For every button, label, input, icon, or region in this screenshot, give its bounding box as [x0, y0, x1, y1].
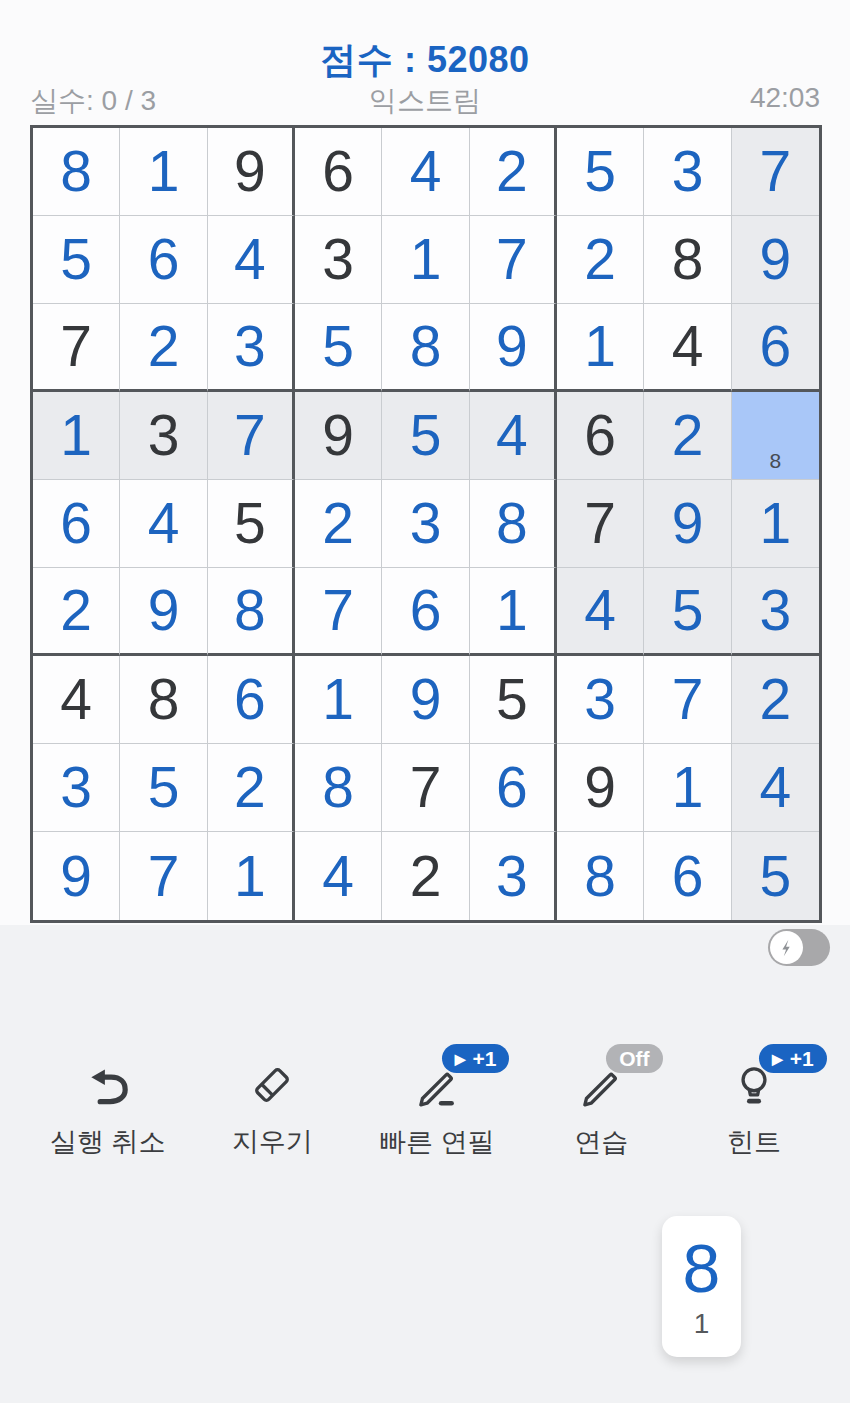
filled-digit: 2 [234, 759, 266, 816]
toolbar: 실행 취소 지우기 ▶+1 빠른 연필 Off [0, 1046, 850, 1160]
filled-digit: 1 [148, 143, 180, 200]
filled-digit: 9 [410, 671, 442, 728]
cell-r3c4[interactable]: 5 [295, 304, 382, 392]
filled-digit: 6 [234, 671, 266, 728]
cell-r6c7[interactable]: 4 [557, 568, 644, 656]
eraser-icon [247, 1060, 297, 1110]
status-bar: 실수: 0 / 3 익스트림 42:03 [30, 82, 820, 116]
filled-digit: 2 [148, 318, 180, 375]
cell-r2c7[interactable]: 2 [557, 216, 644, 304]
cell-r4c7[interactable]: 6 [557, 392, 644, 480]
cell-r2c4[interactable]: 3 [295, 216, 382, 304]
filled-digit: 1 [60, 407, 92, 464]
lightning-mode-toggle[interactable] [768, 929, 830, 966]
fast-pencil-button[interactable]: ▶+1 빠른 연필 [379, 1046, 495, 1160]
cell-r5c9[interactable]: 1 [732, 480, 819, 568]
filled-digit: 5 [410, 407, 442, 464]
filled-digit: 4 [584, 582, 616, 639]
hint-button[interactable]: ▶+1 힌트 [708, 1046, 800, 1160]
filled-digit: 8 [60, 143, 92, 200]
timer: 42:03 [750, 82, 820, 114]
filled-digit: 9 [496, 318, 528, 375]
cell-r8c7[interactable]: 9 [557, 744, 644, 832]
cell-r2c3[interactable]: 4 [208, 216, 295, 304]
cell-r7c9[interactable]: 2 [732, 656, 819, 744]
numpad-key-8[interactable]: 8 1 [662, 1216, 741, 1357]
cell-r4c1[interactable]: 1 [33, 392, 120, 480]
filled-digit: 4 [148, 495, 180, 552]
given-digit: 9 [584, 759, 616, 816]
filled-digit: 3 [759, 582, 791, 639]
filled-digit: 6 [496, 759, 528, 816]
filled-digit: 6 [759, 318, 791, 375]
cell-r9c4[interactable]: 4 [295, 832, 382, 920]
cell-r7c5[interactable]: 9 [382, 656, 469, 744]
filled-digit: 2 [322, 495, 354, 552]
cell-r8c8[interactable]: 1 [644, 744, 731, 832]
filled-digit: 1 [234, 848, 266, 905]
filled-digit: 8 [322, 759, 354, 816]
filled-digit: 4 [759, 759, 791, 816]
cell-r7c1[interactable]: 4 [33, 656, 120, 744]
cell-r7c2[interactable]: 8 [120, 656, 207, 744]
filled-digit: 8 [496, 495, 528, 552]
filled-digit: 8 [410, 318, 442, 375]
cell-r3c2[interactable]: 2 [120, 304, 207, 392]
cell-r6c6[interactable]: 1 [470, 568, 557, 656]
cell-r9c7[interactable]: 8 [557, 832, 644, 920]
lightbulb-icon: ▶+1 [729, 1060, 779, 1110]
filled-digit: 5 [672, 582, 704, 639]
cell-r2c1[interactable]: 5 [33, 216, 120, 304]
filled-digit: 7 [496, 231, 528, 288]
cell-r1c8[interactable]: 3 [644, 128, 731, 216]
cell-r7c6[interactable]: 5 [470, 656, 557, 744]
cell-r9c3[interactable]: 1 [208, 832, 295, 920]
cell-r4c2[interactable]: 3 [120, 392, 207, 480]
filled-digit: 7 [672, 671, 704, 728]
hint-label: 힌트 [727, 1124, 781, 1160]
practice-badge-text: Off [619, 1048, 649, 1069]
numpad-remaining-count: 1 [694, 1308, 710, 1340]
fast-pencil-label: 빠른 연필 [379, 1124, 495, 1160]
cell-r4c3[interactable]: 7 [208, 392, 295, 480]
difficulty-label: 익스트림 [30, 82, 820, 120]
cell-r8c9[interactable]: 4 [732, 744, 819, 832]
cell-r6c8[interactable]: 5 [644, 568, 731, 656]
filled-digit: 3 [410, 495, 442, 552]
cell-r3c9[interactable]: 6 [732, 304, 819, 392]
cell-r4c9[interactable]: 8 [732, 392, 819, 480]
toggle-knob [770, 931, 803, 964]
cell-r9c5[interactable]: 2 [382, 832, 469, 920]
cell-r9c9[interactable]: 5 [732, 832, 819, 920]
filled-digit: 1 [584, 318, 616, 375]
given-digit: 5 [496, 671, 528, 728]
cell-r6c9[interactable]: 3 [732, 568, 819, 656]
given-digit: 2 [410, 848, 442, 905]
cell-r6c1[interactable]: 2 [33, 568, 120, 656]
filled-digit: 3 [584, 671, 616, 728]
cell-r3c6[interactable]: 9 [470, 304, 557, 392]
filled-digit: 2 [496, 143, 528, 200]
filled-digit: 9 [60, 848, 92, 905]
filled-digit: 8 [584, 848, 616, 905]
cell-r2c8[interactable]: 8 [644, 216, 731, 304]
filled-digit: 3 [60, 759, 92, 816]
filled-digit: 5 [60, 231, 92, 288]
filled-digit: 5 [584, 143, 616, 200]
cell-r1c7[interactable]: 5 [557, 128, 644, 216]
cell-r1c1[interactable]: 8 [33, 128, 120, 216]
cell-r9c8[interactable]: 6 [644, 832, 731, 920]
play-icon: ▶ [455, 1052, 466, 1066]
given-digit: 7 [60, 318, 92, 375]
filled-digit: 9 [148, 582, 180, 639]
cell-r2c5[interactable]: 1 [382, 216, 469, 304]
cell-r5c7[interactable]: 7 [557, 480, 644, 568]
score-value: 52080 [427, 39, 530, 80]
cell-r8c1[interactable]: 3 [33, 744, 120, 832]
cell-r3c8[interactable]: 4 [644, 304, 731, 392]
filled-digit: 6 [410, 582, 442, 639]
practice-badge: Off [606, 1044, 662, 1073]
filled-digit: 1 [322, 671, 354, 728]
undo-icon [83, 1060, 133, 1110]
cell-r2c6[interactable]: 7 [470, 216, 557, 304]
given-digit: 5 [234, 495, 266, 552]
filled-digit: 6 [148, 231, 180, 288]
erase-button[interactable]: 지우기 [226, 1046, 318, 1160]
given-digit: 6 [584, 407, 616, 464]
cell-r4c4[interactable]: 9 [295, 392, 382, 480]
cell-r9c1[interactable]: 9 [33, 832, 120, 920]
cell-r1c3[interactable]: 9 [208, 128, 295, 216]
given-digit: 4 [672, 318, 704, 375]
given-digit: 9 [234, 143, 266, 200]
hint-badge-text: +1 [790, 1048, 814, 1069]
cell-r3c7[interactable]: 1 [557, 304, 644, 392]
given-digit: 7 [584, 495, 616, 552]
filled-digit: 4 [410, 143, 442, 200]
cell-r1c4[interactable]: 6 [295, 128, 382, 216]
cell-r6c5[interactable]: 6 [382, 568, 469, 656]
cell-r5c1[interactable]: 6 [33, 480, 120, 568]
cell-r1c9[interactable]: 7 [732, 128, 819, 216]
filled-digit: 8 [234, 582, 266, 639]
filled-digit: 4 [322, 848, 354, 905]
cell-r4c8[interactable]: 2 [644, 392, 731, 480]
filled-digit: 2 [584, 231, 616, 288]
given-digit: 4 [60, 671, 92, 728]
undo-button[interactable]: 실행 취소 [50, 1046, 166, 1160]
numpad-digit: 8 [683, 1233, 721, 1304]
given-digit: 8 [672, 231, 704, 288]
cell-r5c6[interactable]: 8 [470, 480, 557, 568]
erase-label: 지우기 [232, 1124, 313, 1160]
filled-digit: 1 [410, 231, 442, 288]
given-digit: 3 [322, 231, 354, 288]
filled-digit: 6 [672, 848, 704, 905]
cell-r5c2[interactable]: 4 [120, 480, 207, 568]
lightning-icon [776, 937, 798, 959]
score-line: 점수 : 52080 [0, 36, 850, 85]
cell-r5c5[interactable]: 3 [382, 480, 469, 568]
cell-r2c2[interactable]: 6 [120, 216, 207, 304]
given-digit: 6 [322, 143, 354, 200]
pencil-marks: 8 [737, 397, 814, 474]
cell-r6c4[interactable]: 7 [295, 568, 382, 656]
fast-pencil-icon: ▶+1 [412, 1060, 462, 1110]
score-label: 점수 : [320, 39, 416, 80]
cell-r3c1[interactable]: 7 [33, 304, 120, 392]
filled-digit: 4 [234, 231, 266, 288]
filled-digit: 5 [759, 848, 791, 905]
filled-digit: 7 [322, 582, 354, 639]
filled-digit: 6 [60, 495, 92, 552]
hint-badge: ▶+1 [759, 1044, 827, 1073]
cell-r8c2[interactable]: 5 [120, 744, 207, 832]
filled-digit: 5 [148, 759, 180, 816]
cell-r9c6[interactable]: 3 [470, 832, 557, 920]
cell-r4c6[interactable]: 4 [470, 392, 557, 480]
filled-digit: 7 [148, 848, 180, 905]
sudoku-board: 8196425375643172897235891461379546286452… [30, 125, 822, 923]
pencil-icon: Off [576, 1060, 626, 1110]
filled-digit: 9 [672, 495, 704, 552]
fast-pencil-badge: ▶+1 [442, 1044, 510, 1073]
filled-digit: 2 [759, 671, 791, 728]
undo-label: 실행 취소 [50, 1124, 166, 1160]
filled-digit: 9 [759, 231, 791, 288]
cell-r1c2[interactable]: 1 [120, 128, 207, 216]
filled-digit: 1 [496, 582, 528, 639]
filled-digit: 4 [496, 407, 528, 464]
cell-r8c3[interactable]: 2 [208, 744, 295, 832]
cell-r7c8[interactable]: 7 [644, 656, 731, 744]
cell-r3c5[interactable]: 8 [382, 304, 469, 392]
cell-r5c4[interactable]: 2 [295, 480, 382, 568]
filled-digit: 7 [234, 407, 266, 464]
cell-r1c5[interactable]: 4 [382, 128, 469, 216]
filled-digit: 5 [322, 318, 354, 375]
cell-r9c2[interactable]: 7 [120, 832, 207, 920]
cell-r5c8[interactable]: 9 [644, 480, 731, 568]
given-digit: 9 [322, 407, 354, 464]
filled-digit: 3 [234, 318, 266, 375]
given-digit: 8 [148, 671, 180, 728]
cell-r5c3[interactable]: 5 [208, 480, 295, 568]
cell-r3c3[interactable]: 3 [208, 304, 295, 392]
filled-digit: 2 [672, 407, 704, 464]
given-digit: 7 [410, 759, 442, 816]
cell-r4c5[interactable]: 5 [382, 392, 469, 480]
filled-digit: 3 [672, 143, 704, 200]
pencil-mark-8: 8 [762, 448, 788, 474]
cell-r7c4[interactable]: 1 [295, 656, 382, 744]
cell-r7c7[interactable]: 3 [557, 656, 644, 744]
filled-digit: 2 [60, 582, 92, 639]
cell-r7c3[interactable]: 6 [208, 656, 295, 744]
cell-r8c4[interactable]: 8 [295, 744, 382, 832]
cell-r1c6[interactable]: 2 [470, 128, 557, 216]
cell-r2c9[interactable]: 9 [732, 216, 819, 304]
fast-pencil-badge-text: +1 [473, 1048, 497, 1069]
cell-r6c2[interactable]: 9 [120, 568, 207, 656]
practice-label: 연습 [574, 1124, 628, 1160]
cell-r6c3[interactable]: 8 [208, 568, 295, 656]
filled-digit: 1 [672, 759, 704, 816]
practice-button[interactable]: Off 연습 [555, 1046, 647, 1160]
cell-r8c6[interactable]: 6 [470, 744, 557, 832]
filled-digit: 3 [496, 848, 528, 905]
filled-digit: 1 [759, 495, 791, 552]
cell-r8c5[interactable]: 7 [382, 744, 469, 832]
play-icon: ▶ [772, 1052, 783, 1066]
given-digit: 3 [148, 407, 180, 464]
filled-digit: 7 [759, 143, 791, 200]
